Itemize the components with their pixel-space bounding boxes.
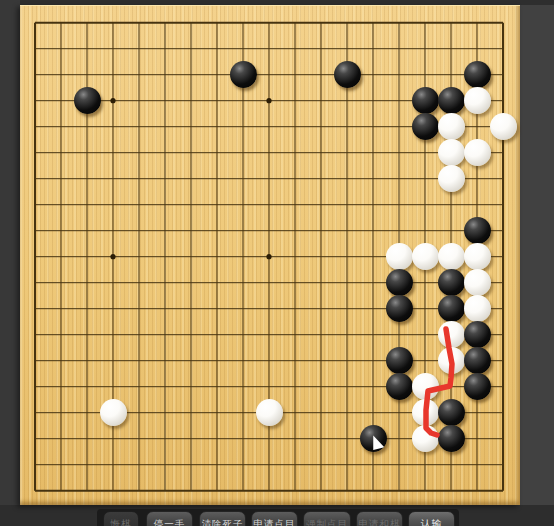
stone-black	[438, 425, 465, 452]
app-window: 悔棋 停一手 清除死子 申请点目 强制点目 申请和棋 认输	[0, 0, 554, 526]
stone-black	[464, 61, 491, 88]
stone-white	[490, 113, 517, 140]
stone-black	[386, 373, 413, 400]
undo-button[interactable]: 悔棋	[103, 511, 139, 526]
star-point	[110, 98, 115, 103]
clear-dead-stones-button[interactable]: 清除死子	[199, 511, 246, 526]
stone-white	[412, 243, 439, 270]
stone-white	[412, 399, 439, 426]
star-point	[266, 98, 271, 103]
stone-black	[360, 425, 387, 452]
last-move-triangle-marker	[360, 425, 387, 452]
request-draw-button[interactable]: 申请和棋	[356, 511, 403, 526]
stone-white	[464, 87, 491, 114]
stone-white	[438, 139, 465, 166]
stone-black	[438, 399, 465, 426]
stone-white	[438, 321, 465, 348]
stone-black	[230, 61, 257, 88]
stone-black	[412, 113, 439, 140]
resign-button[interactable]: 认输	[408, 511, 455, 526]
star-point	[110, 254, 115, 259]
stone-white	[100, 399, 127, 426]
stone-black	[438, 269, 465, 296]
force-count-button[interactable]: 强制点目	[303, 511, 351, 526]
stone-white	[412, 373, 439, 400]
stone-white	[386, 243, 413, 270]
stone-white	[464, 139, 491, 166]
stone-black	[412, 87, 439, 114]
pass-button[interactable]: 停一手	[146, 511, 193, 526]
stone-black	[464, 347, 491, 374]
stone-white	[438, 113, 465, 140]
stone-black	[464, 373, 491, 400]
stone-white	[438, 165, 465, 192]
stone-black	[438, 87, 465, 114]
stone-black	[438, 295, 465, 322]
stone-black	[386, 347, 413, 374]
stone-white	[438, 347, 465, 374]
stone-white	[412, 425, 439, 452]
left-background-strip	[0, 0, 20, 526]
stone-white	[256, 399, 283, 426]
stone-black	[464, 321, 491, 348]
stone-black	[334, 61, 361, 88]
stone-white	[438, 243, 465, 270]
stone-white	[464, 243, 491, 270]
go-board[interactable]	[20, 5, 520, 505]
stone-black	[386, 269, 413, 296]
stone-black	[464, 217, 491, 244]
star-point	[266, 254, 271, 259]
stone-black	[386, 295, 413, 322]
stone-white	[464, 295, 491, 322]
stone-black	[74, 87, 101, 114]
request-count-button[interactable]: 申请点目	[251, 511, 298, 526]
stone-white	[464, 269, 491, 296]
